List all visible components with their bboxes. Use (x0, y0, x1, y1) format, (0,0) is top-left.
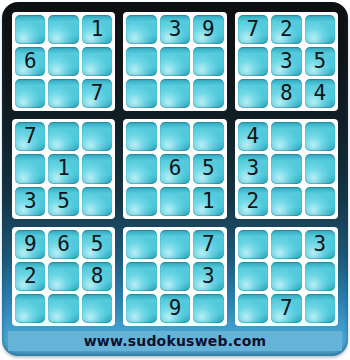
cell-r7c9[interactable]: 3 (305, 230, 335, 259)
cell-r6c4[interactable] (126, 187, 156, 216)
cell-r1c9[interactable] (305, 15, 335, 44)
cell-r7c7[interactable] (238, 230, 268, 259)
cell-r8c8[interactable] (271, 262, 301, 291)
cell-r6c7[interactable]: 2 (238, 187, 268, 216)
footer-band: www.sudokusweb.com (8, 331, 342, 351)
box-4: 7135 (12, 119, 115, 218)
cell-r1c2[interactable] (48, 15, 78, 44)
cell-r9c5[interactable]: 9 (160, 294, 190, 323)
cell-r9c8[interactable]: 7 (271, 294, 301, 323)
cell-r2c4[interactable] (126, 47, 156, 76)
cell-r5c4[interactable] (126, 154, 156, 183)
cell-r2c9[interactable]: 5 (305, 47, 335, 76)
cell-r7c4[interactable] (126, 230, 156, 259)
site-url-link[interactable]: www.sudokusweb.com (84, 333, 267, 349)
cell-r8c4[interactable] (126, 262, 156, 291)
cell-r5c1[interactable] (15, 154, 45, 183)
cell-r1c3[interactable]: 1 (82, 15, 112, 44)
cell-r2c8[interactable]: 3 (271, 47, 301, 76)
cell-r9c3[interactable] (82, 294, 112, 323)
cell-r8c1[interactable]: 2 (15, 262, 45, 291)
box-1: 167 (12, 12, 115, 111)
cell-r7c6[interactable]: 7 (193, 230, 223, 259)
cell-r1c8[interactable]: 2 (271, 15, 301, 44)
cell-r6c1[interactable]: 3 (15, 187, 45, 216)
cell-r4c7[interactable]: 4 (238, 122, 268, 151)
sudoku-page: 1673972358471356514329652873937 www.sudo… (0, 0, 350, 360)
cell-r3c2[interactable] (48, 79, 78, 108)
box-8: 739 (123, 227, 226, 326)
cell-r2c2[interactable] (48, 47, 78, 76)
cell-r9c4[interactable] (126, 294, 156, 323)
cell-r9c1[interactable] (15, 294, 45, 323)
cell-r5c5[interactable]: 6 (160, 154, 190, 183)
cell-r1c1[interactable] (15, 15, 45, 44)
cell-r5c9[interactable] (305, 154, 335, 183)
cell-r7c1[interactable]: 9 (15, 230, 45, 259)
cell-r7c5[interactable] (160, 230, 190, 259)
cell-r4c8[interactable] (271, 122, 301, 151)
cell-r8c2[interactable] (48, 262, 78, 291)
cell-r6c3[interactable] (82, 187, 112, 216)
cell-r2c3[interactable] (82, 47, 112, 76)
box-7: 96528 (12, 227, 115, 326)
cell-r5c8[interactable] (271, 154, 301, 183)
cell-r1c6[interactable]: 9 (193, 15, 223, 44)
cell-r5c7[interactable]: 3 (238, 154, 268, 183)
cell-r4c6[interactable] (193, 122, 223, 151)
cell-r8c6[interactable]: 3 (193, 262, 223, 291)
cell-r7c2[interactable]: 6 (48, 230, 78, 259)
cell-r1c7[interactable]: 7 (238, 15, 268, 44)
cell-r7c3[interactable]: 5 (82, 230, 112, 259)
cell-r9c6[interactable] (193, 294, 223, 323)
cell-r3c8[interactable]: 8 (271, 79, 301, 108)
cell-r3c6[interactable] (193, 79, 223, 108)
box-5: 651 (123, 119, 226, 218)
cell-r6c5[interactable] (160, 187, 190, 216)
box-6: 432 (235, 119, 338, 218)
cell-r2c7[interactable] (238, 47, 268, 76)
cell-r5c2[interactable]: 1 (48, 154, 78, 183)
cell-r2c1[interactable]: 6 (15, 47, 45, 76)
cell-r1c5[interactable]: 3 (160, 15, 190, 44)
cell-r9c2[interactable] (48, 294, 78, 323)
cell-r4c2[interactable] (48, 122, 78, 151)
cell-r1c4[interactable] (126, 15, 156, 44)
box-9: 37 (235, 227, 338, 326)
cell-r3c3[interactable]: 7 (82, 79, 112, 108)
cell-r2c6[interactable] (193, 47, 223, 76)
cell-r4c1[interactable]: 7 (15, 122, 45, 151)
box-3: 723584 (235, 12, 338, 111)
cell-r3c1[interactable] (15, 79, 45, 108)
cell-r6c2[interactable]: 5 (48, 187, 78, 216)
cell-r3c4[interactable] (126, 79, 156, 108)
cell-r3c5[interactable] (160, 79, 190, 108)
cell-r5c6[interactable]: 5 (193, 154, 223, 183)
cell-r4c9[interactable] (305, 122, 335, 151)
cell-r6c9[interactable] (305, 187, 335, 216)
cell-r9c9[interactable] (305, 294, 335, 323)
box-2: 39 (123, 12, 226, 111)
cell-r8c3[interactable]: 8 (82, 262, 112, 291)
cell-r5c3[interactable] (82, 154, 112, 183)
cell-r2c5[interactable] (160, 47, 190, 76)
cell-r3c9[interactable]: 4 (305, 79, 335, 108)
board-frame: 1673972358471356514329652873937 www.sudo… (2, 2, 348, 356)
cell-r9c7[interactable] (238, 294, 268, 323)
cell-r4c3[interactable] (82, 122, 112, 151)
cell-r6c8[interactable] (271, 187, 301, 216)
sudoku-board: 1673972358471356514329652873937 (12, 12, 338, 326)
cell-r6c6[interactable]: 1 (193, 187, 223, 216)
cell-r7c8[interactable] (271, 230, 301, 259)
cell-r8c9[interactable] (305, 262, 335, 291)
cell-r4c4[interactable] (126, 122, 156, 151)
cell-r3c7[interactable] (238, 79, 268, 108)
cell-r4c5[interactable] (160, 122, 190, 151)
cell-r8c5[interactable] (160, 262, 190, 291)
cell-r8c7[interactable] (238, 262, 268, 291)
